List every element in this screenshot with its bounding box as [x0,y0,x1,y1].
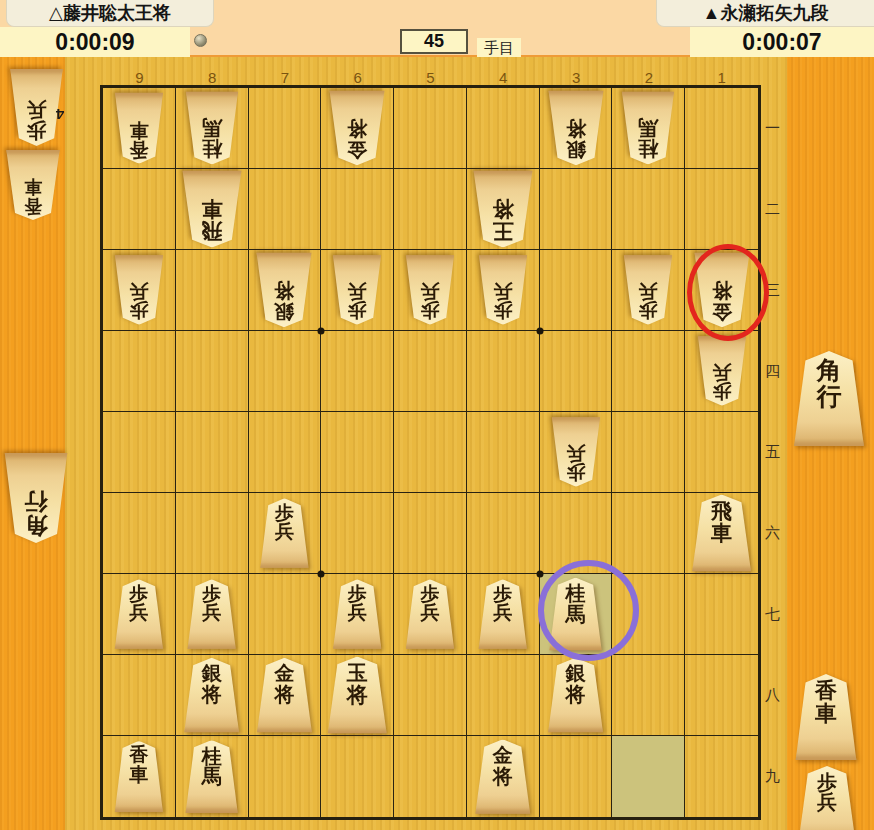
square-1-2[interactable] [685,169,758,250]
piece-keima[interactable]: 桂馬 [547,578,604,651]
square-6-9[interactable] [321,736,394,817]
piece-kinsho[interactable]: 金将 [255,658,315,733]
piece-ginsho[interactable]: 銀将 [546,91,606,166]
piece-fuhyo[interactable]: 歩兵 [622,255,674,325]
square-4-9[interactable]: 金将 [467,736,540,817]
square-2-7[interactable] [612,574,685,655]
star-point [536,571,543,578]
square-5-7[interactable]: 歩兵 [394,574,467,655]
square-8-8[interactable]: 銀将 [176,655,249,736]
piece-fuhyo[interactable]: 歩兵 [477,579,529,649]
piece-fuhyo[interactable]: 歩兵 [258,498,310,568]
square-9-7[interactable]: 歩兵 [103,574,176,655]
move-counter-label: 手目 [477,38,521,59]
square-4-6[interactable] [467,493,540,574]
square-4-3[interactable]: 歩兵 [467,250,540,331]
rank-label-6: 六 [758,493,787,574]
rank-label-7: 七 [758,574,787,655]
piece-keima[interactable]: 桂馬 [183,740,240,813]
square-4-7[interactable]: 歩兵 [467,574,540,655]
piece-keima[interactable]: 桂馬 [620,92,677,165]
rank-label-2: 二 [758,169,787,250]
square-1-6[interactable]: 飛車 [685,493,758,574]
square-3-4[interactable] [540,331,613,412]
square-1-4[interactable]: 歩兵 [685,331,758,412]
piece-kyosha[interactable]: 香車 [4,150,62,220]
piece-fuhyo[interactable]: 歩兵 [796,766,858,830]
piece-hisha[interactable]: 飛車 [180,171,244,248]
rank-label-4: 四 [758,331,787,412]
gote-clock: 0:00:09 [0,27,190,57]
square-9-2[interactable] [103,169,176,250]
square-2-2[interactable] [612,169,685,250]
piece-fuhyo[interactable]: 歩兵 [185,579,237,649]
hand-count: 4 [56,106,64,123]
square-9-8[interactable] [103,655,176,736]
square-8-2[interactable]: 飛車 [176,169,249,250]
square-4-5[interactable] [467,412,540,493]
square-6-4[interactable] [321,331,394,412]
square-3-2[interactable] [540,169,613,250]
square-4-8[interactable] [467,655,540,736]
square-1-3[interactable]: 金将 [685,250,758,331]
square-8-1[interactable]: 桂馬 [176,88,249,169]
square-5-5[interactable] [394,412,467,493]
piece-fuhyo[interactable]: 歩兵 [404,579,456,649]
square-6-3[interactable]: 歩兵 [321,250,394,331]
rank-label-8: 八 [758,655,787,736]
piece-fuhyo[interactable]: 歩兵 [113,579,165,649]
piece-fuhyo[interactable]: 歩兵 [549,417,601,487]
star-point [318,571,325,578]
square-1-9[interactable] [685,736,758,817]
rank-label-5: 五 [758,412,787,493]
square-7-4[interactable] [249,331,322,412]
square-5-4[interactable] [394,331,467,412]
piece-fuhyo[interactable]: 歩兵 [113,255,165,325]
square-9-6[interactable] [103,493,176,574]
move-number-input[interactable]: 45 [400,29,468,54]
square-7-9[interactable] [249,736,322,817]
piece-ginsho[interactable]: 銀将 [255,253,315,328]
rank-label-1: 一 [758,88,787,169]
square-5-9[interactable] [394,736,467,817]
rank-label-9: 九 [758,736,787,817]
square-1-5[interactable] [685,412,758,493]
square-8-9[interactable]: 桂馬 [176,736,249,817]
piece-kakugyo[interactable]: 角行 [791,351,867,446]
square-5-6[interactable] [394,493,467,574]
square-7-2[interactable] [249,169,322,250]
piece-kakugyo[interactable]: 角行 [2,453,70,543]
sente-clock: 0:00:07 [690,27,874,57]
gote-name-tab: △藤井聡太王将 [6,0,214,27]
star-point [536,328,543,335]
square-8-5[interactable] [176,412,249,493]
square-6-2[interactable] [321,169,394,250]
piece-kyosha[interactable]: 香車 [113,741,165,812]
turn-indicator-led [194,34,207,47]
rank-labels: 一二三四五六七八九 [758,88,787,817]
square-8-7[interactable]: 歩兵 [176,574,249,655]
piece-kyosha[interactable]: 香車 [113,92,165,163]
square-2-1[interactable]: 桂馬 [612,88,685,169]
square-3-1[interactable]: 銀将 [540,88,613,169]
square-6-5[interactable] [321,412,394,493]
square-3-6[interactable] [540,493,613,574]
square-4-4[interactable] [467,331,540,412]
square-3-7[interactable]: 桂馬 [540,574,613,655]
square-7-7[interactable] [249,574,322,655]
piece-fuhyo[interactable]: 歩兵 [404,255,456,325]
square-1-1[interactable] [685,88,758,169]
square-9-4[interactable] [103,331,176,412]
sente-name-tab: ▲永瀬拓矢九段 [656,0,874,27]
piece-fuhyo[interactable]: 歩兵 [477,255,529,325]
square-3-5[interactable]: 歩兵 [540,412,613,493]
board-grid: 香車桂馬金将銀将桂馬飛車王将歩兵銀将歩兵歩兵歩兵歩兵金将歩兵歩兵歩兵飛車歩兵歩兵… [100,85,761,820]
piece-kinsho[interactable]: 金将 [473,739,533,814]
square-5-8[interactable] [394,655,467,736]
square-9-5[interactable] [103,412,176,493]
piece-osho[interactable]: 王将 [471,171,535,248]
square-2-5[interactable] [612,412,685,493]
square-7-3[interactable]: 銀将 [249,250,322,331]
square-9-3[interactable]: 歩兵 [103,250,176,331]
square-4-1[interactable] [467,88,540,169]
piece-fuhyo[interactable]: 歩兵 [331,579,383,649]
piece-gyokusho[interactable]: 玉将 [325,657,389,734]
square-3-8[interactable]: 銀将 [540,655,613,736]
square-6-1[interactable]: 金将 [321,88,394,169]
square-6-8[interactable]: 玉将 [321,655,394,736]
square-8-3[interactable] [176,250,249,331]
square-8-4[interactable] [176,331,249,412]
piece-kyosha[interactable]: 香車 [793,674,859,760]
square-5-1[interactable] [394,88,467,169]
piece-ginsho[interactable]: 銀将 [546,658,606,733]
star-point [318,328,325,335]
square-2-8[interactable] [612,655,685,736]
square-5-2[interactable] [394,169,467,250]
square-2-4[interactable] [612,331,685,412]
piece-fuhyo[interactable]: 歩兵 [331,255,383,325]
square-1-7[interactable] [685,574,758,655]
piece-kinsho[interactable]: 金将 [692,253,752,328]
shogi-app: 0:00:09 0:00:07 △藤井聡太王将 ▲永瀬拓矢九段 45 手目 98… [0,0,874,830]
square-7-6[interactable]: 歩兵 [249,493,322,574]
square-6-7[interactable]: 歩兵 [321,574,394,655]
square-6-6[interactable] [321,493,394,574]
piece-ginsho[interactable]: 銀将 [182,658,242,733]
square-4-2[interactable]: 王将 [467,169,540,250]
square-9-1[interactable]: 香車 [103,88,176,169]
square-7-8[interactable]: 金将 [249,655,322,736]
square-1-8[interactable] [685,655,758,736]
piece-keima[interactable]: 桂馬 [183,92,240,165]
square-3-3[interactable] [540,250,613,331]
rank-label-3: 三 [758,250,787,331]
square-8-6[interactable] [176,493,249,574]
square-2-9[interactable] [612,736,685,817]
piece-hisha[interactable]: 飛車 [690,495,754,572]
square-5-3[interactable]: 歩兵 [394,250,467,331]
piece-fuhyo[interactable]: 歩兵 [695,336,747,406]
square-9-9[interactable]: 香車 [103,736,176,817]
square-7-5[interactable] [249,412,322,493]
square-3-9[interactable] [540,736,613,817]
square-2-6[interactable] [612,493,685,574]
square-2-3[interactable]: 歩兵 [612,250,685,331]
piece-kinsho[interactable]: 金将 [327,91,387,166]
square-7-1[interactable] [249,88,322,169]
